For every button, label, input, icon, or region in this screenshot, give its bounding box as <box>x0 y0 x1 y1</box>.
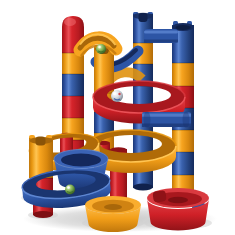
blue-crossbar <box>142 112 191 128</box>
marble-run-photo <box>0 0 235 235</box>
red-round-base <box>147 188 209 230</box>
orange-round-base <box>85 196 141 232</box>
marble-run-illustration <box>0 0 235 235</box>
